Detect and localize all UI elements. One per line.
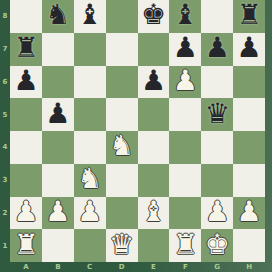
square-g8[interactable] [201, 0, 233, 33]
piece-black-king[interactable]: ♚ [141, 1, 166, 29]
square-h5[interactable] [233, 98, 265, 131]
square-f4[interactable] [169, 131, 201, 164]
square-b5[interactable]: ♟ [42, 98, 74, 131]
board-grid: ♞♝♚♝♜♜♟♟♟♟♟♟♟♛♞♞♟♟♟♝♟♟♜♛♜♚ [10, 0, 265, 262]
rank-label-6: 6 [0, 66, 10, 99]
square-e5[interactable] [138, 98, 170, 131]
piece-black-pawn[interactable]: ♟ [205, 34, 230, 62]
chess-board-diagram: 87654321 ♞♝♚♝♜♜♟♟♟♟♟♟♟♛♞♞♟♟♟♝♟♟♜♛♜♚ ABCD… [0, 0, 272, 272]
square-b8[interactable]: ♞ [42, 0, 74, 33]
square-d5[interactable] [106, 98, 138, 131]
square-b3[interactable] [42, 164, 74, 197]
square-h2[interactable]: ♟ [233, 197, 265, 230]
file-label-c: C [74, 262, 106, 272]
square-a8[interactable] [10, 0, 42, 33]
piece-black-pawn[interactable]: ♟ [173, 34, 198, 62]
piece-black-knight[interactable]: ♞ [45, 1, 70, 29]
piece-black-pawn[interactable]: ♟ [13, 67, 38, 95]
piece-white-knight[interactable]: ♞ [77, 165, 102, 193]
square-h7[interactable]: ♟ [233, 33, 265, 66]
file-label-h: H [233, 262, 265, 272]
square-h3[interactable] [233, 164, 265, 197]
piece-white-pawn[interactable]: ♟ [205, 198, 230, 226]
square-a5[interactable] [10, 98, 42, 131]
square-e7[interactable] [138, 33, 170, 66]
square-d7[interactable] [106, 33, 138, 66]
rank-label-7: 7 [0, 33, 10, 66]
square-f5[interactable] [169, 98, 201, 131]
square-a4[interactable] [10, 131, 42, 164]
square-c4[interactable] [74, 131, 106, 164]
square-a3[interactable] [10, 164, 42, 197]
square-f7[interactable]: ♟ [169, 33, 201, 66]
square-c2[interactable]: ♟ [74, 197, 106, 230]
rank-label-4: 4 [0, 131, 10, 164]
square-e8[interactable]: ♚ [138, 0, 170, 33]
square-h8[interactable]: ♜ [233, 0, 265, 33]
piece-black-queen[interactable]: ♛ [205, 100, 230, 128]
square-g4[interactable] [201, 131, 233, 164]
square-c3[interactable]: ♞ [74, 164, 106, 197]
square-c7[interactable] [74, 33, 106, 66]
square-b4[interactable] [42, 131, 74, 164]
square-b6[interactable] [42, 66, 74, 99]
square-f6[interactable]: ♟ [169, 66, 201, 99]
square-f3[interactable] [169, 164, 201, 197]
rank-label-3: 3 [0, 164, 10, 197]
piece-white-rook[interactable]: ♜ [13, 231, 38, 259]
square-a2[interactable]: ♟ [10, 197, 42, 230]
rank-label-1: 1 [0, 229, 10, 262]
piece-white-rook[interactable]: ♜ [173, 231, 198, 259]
piece-white-pawn[interactable]: ♟ [77, 198, 102, 226]
piece-white-pawn[interactable]: ♟ [45, 198, 70, 226]
square-d4[interactable]: ♞ [106, 131, 138, 164]
square-d6[interactable] [106, 66, 138, 99]
square-g6[interactable] [201, 66, 233, 99]
square-e2[interactable]: ♝ [138, 197, 170, 230]
square-c5[interactable] [74, 98, 106, 131]
piece-white-pawn[interactable]: ♟ [173, 67, 198, 95]
file-labels: ABCDEFGH [10, 262, 265, 272]
square-a1[interactable]: ♜ [10, 229, 42, 262]
square-b7[interactable] [42, 33, 74, 66]
piece-black-bishop[interactable]: ♝ [173, 1, 198, 29]
file-label-d: D [106, 262, 138, 272]
piece-black-pawn[interactable]: ♟ [45, 100, 70, 128]
piece-black-rook[interactable]: ♜ [237, 1, 262, 29]
square-g3[interactable] [201, 164, 233, 197]
piece-black-rook[interactable]: ♜ [13, 34, 38, 62]
file-label-f: F [169, 262, 201, 272]
square-b1[interactable] [42, 229, 74, 262]
square-e4[interactable] [138, 131, 170, 164]
file-label-b: B [42, 262, 74, 272]
square-d1[interactable]: ♛ [106, 229, 138, 262]
square-g2[interactable]: ♟ [201, 197, 233, 230]
square-a7[interactable]: ♜ [10, 33, 42, 66]
rank-label-2: 2 [0, 197, 10, 230]
piece-white-king[interactable]: ♚ [205, 231, 230, 259]
square-b2[interactable]: ♟ [42, 197, 74, 230]
piece-white-pawn[interactable]: ♟ [13, 198, 38, 226]
square-g7[interactable]: ♟ [201, 33, 233, 66]
square-e3[interactable] [138, 164, 170, 197]
square-h6[interactable] [233, 66, 265, 99]
square-c6[interactable] [74, 66, 106, 99]
square-d8[interactable] [106, 0, 138, 33]
piece-black-bishop[interactable]: ♝ [77, 1, 102, 29]
rank-labels: 87654321 [0, 0, 10, 262]
square-h1[interactable] [233, 229, 265, 262]
file-label-a: A [10, 262, 42, 272]
square-f1[interactable]: ♜ [169, 229, 201, 262]
square-e6[interactable]: ♟ [138, 66, 170, 99]
file-label-e: E [138, 262, 170, 272]
piece-white-knight[interactable]: ♞ [109, 132, 134, 160]
square-a6[interactable]: ♟ [10, 66, 42, 99]
square-d2[interactable] [106, 197, 138, 230]
square-f2[interactable] [169, 197, 201, 230]
piece-black-pawn[interactable]: ♟ [237, 34, 262, 62]
square-h4[interactable] [233, 131, 265, 164]
rank-label-8: 8 [0, 0, 10, 33]
piece-white-queen[interactable]: ♛ [109, 231, 134, 259]
piece-white-bishop[interactable]: ♝ [141, 198, 166, 226]
file-label-g: G [201, 262, 233, 272]
square-g5[interactable]: ♛ [201, 98, 233, 131]
square-g1[interactable]: ♚ [201, 229, 233, 262]
square-c8[interactable]: ♝ [74, 0, 106, 33]
piece-black-pawn[interactable]: ♟ [141, 67, 166, 95]
square-e1[interactable] [138, 229, 170, 262]
square-c1[interactable] [74, 229, 106, 262]
piece-white-pawn[interactable]: ♟ [237, 198, 262, 226]
square-f8[interactable]: ♝ [169, 0, 201, 33]
square-d3[interactable] [106, 164, 138, 197]
rank-label-5: 5 [0, 98, 10, 131]
